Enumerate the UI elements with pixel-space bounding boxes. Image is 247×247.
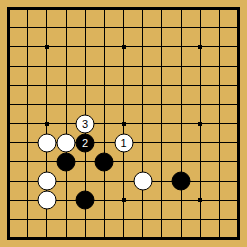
grid-line-horizontal — [9, 161, 239, 162]
go-board-diagram: 321 — [0, 0, 247, 247]
star-point — [122, 198, 126, 202]
star-point — [198, 198, 202, 202]
star-point — [198, 122, 202, 126]
white-stone[interactable] — [37, 133, 56, 152]
star-point — [122, 45, 126, 49]
grid-line-vertical — [219, 9, 220, 239]
grid-line-vertical — [142, 9, 143, 239]
black-stone[interactable] — [172, 172, 191, 191]
black-stone-move-2[interactable]: 2 — [76, 133, 95, 152]
grid-line-vertical — [161, 9, 162, 239]
grid-line-horizontal — [9, 219, 239, 220]
white-stone-move-1[interactable]: 1 — [114, 133, 133, 152]
board-grid: 321 — [9, 9, 239, 239]
star-point — [45, 122, 49, 126]
star-point — [198, 45, 202, 49]
star-point — [122, 122, 126, 126]
grid-line-vertical — [238, 9, 239, 239]
white-stone[interactable] — [133, 172, 152, 191]
star-point — [45, 45, 49, 49]
white-stone-move-3[interactable]: 3 — [76, 114, 95, 133]
white-stone[interactable] — [57, 133, 76, 152]
grid-line-vertical — [181, 9, 182, 239]
black-stone[interactable] — [95, 152, 114, 171]
white-stone[interactable] — [37, 172, 56, 191]
black-stone[interactable] — [57, 152, 76, 171]
white-stone[interactable] — [37, 191, 56, 210]
grid-line-horizontal — [9, 238, 239, 239]
black-stone[interactable] — [76, 191, 95, 210]
